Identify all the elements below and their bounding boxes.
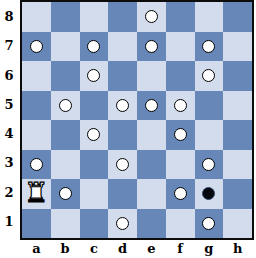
square-a5[interactable]: [22, 91, 51, 121]
white-disc: [116, 158, 129, 171]
square-c8[interactable]: [80, 2, 109, 32]
square-a8[interactable]: [22, 2, 51, 32]
file-label-e: e: [137, 240, 166, 258]
square-h2[interactable]: [223, 179, 252, 209]
square-b6[interactable]: [51, 61, 80, 91]
square-e8[interactable]: [137, 2, 166, 32]
square-c6[interactable]: [80, 61, 109, 91]
square-e3[interactable]: [137, 150, 166, 180]
white-disc: [174, 99, 187, 112]
square-g2[interactable]: [195, 179, 224, 209]
square-g3[interactable]: [195, 150, 224, 180]
square-g8[interactable]: [195, 2, 224, 32]
square-h3[interactable]: [223, 150, 252, 180]
white-disc: [145, 10, 158, 23]
white-disc: [174, 187, 187, 200]
square-d8[interactable]: [108, 2, 137, 32]
file-labels: abcdefgh: [22, 240, 252, 258]
square-e4[interactable]: [137, 120, 166, 150]
white-disc: [87, 128, 100, 141]
square-f1[interactable]: [166, 209, 195, 239]
white-disc: [59, 187, 72, 200]
square-f3[interactable]: [166, 150, 195, 180]
white-disc: [116, 217, 129, 230]
square-g1[interactable]: [195, 209, 224, 239]
white-disc: [59, 99, 72, 112]
rank-label-6: 6: [0, 61, 18, 90]
square-d7[interactable]: [108, 32, 137, 62]
square-e6[interactable]: [137, 61, 166, 91]
square-f7[interactable]: [166, 32, 195, 62]
square-d4[interactable]: [108, 120, 137, 150]
square-b5[interactable]: [51, 91, 80, 121]
rank-label-7: 7: [0, 31, 18, 60]
rank-label-3: 3: [0, 148, 18, 177]
rank-label-8: 8: [0, 2, 18, 31]
square-g6[interactable]: [195, 61, 224, 91]
square-g7[interactable]: [195, 32, 224, 62]
square-h7[interactable]: [223, 32, 252, 62]
square-b4[interactable]: [51, 120, 80, 150]
square-d6[interactable]: [108, 61, 137, 91]
square-f4[interactable]: [166, 120, 195, 150]
square-b3[interactable]: [51, 150, 80, 180]
square-h8[interactable]: [223, 2, 252, 32]
white-disc: [145, 99, 158, 112]
file-label-d: d: [108, 240, 137, 258]
square-c1[interactable]: [80, 209, 109, 239]
black-disc: [202, 187, 215, 200]
white-disc: [30, 158, 43, 171]
white-disc: [202, 158, 215, 171]
square-a3[interactable]: [22, 150, 51, 180]
square-h5[interactable]: [223, 91, 252, 121]
white-disc: [202, 217, 215, 230]
rank-labels: 87654321: [0, 2, 18, 236]
white-disc: [202, 40, 215, 53]
file-label-a: a: [22, 240, 51, 258]
square-h6[interactable]: [223, 61, 252, 91]
square-f6[interactable]: [166, 61, 195, 91]
square-a1[interactable]: [22, 209, 51, 239]
square-a4[interactable]: [22, 120, 51, 150]
square-e1[interactable]: [137, 209, 166, 239]
chess-board: ♜: [20, 0, 254, 240]
white-rook: ♜: [24, 179, 48, 206]
square-c3[interactable]: [80, 150, 109, 180]
square-c5[interactable]: [80, 91, 109, 121]
square-a2[interactable]: ♜: [22, 179, 51, 209]
square-d3[interactable]: [108, 150, 137, 180]
rank-label-4: 4: [0, 119, 18, 148]
square-b7[interactable]: [51, 32, 80, 62]
white-disc: [87, 69, 100, 82]
square-e2[interactable]: [137, 179, 166, 209]
square-f8[interactable]: [166, 2, 195, 32]
square-h1[interactable]: [223, 209, 252, 239]
white-disc: [116, 99, 129, 112]
white-disc: [202, 69, 215, 82]
square-d2[interactable]: [108, 179, 137, 209]
square-d1[interactable]: [108, 209, 137, 239]
square-g4[interactable]: [195, 120, 224, 150]
square-c4[interactable]: [80, 120, 109, 150]
square-g5[interactable]: [195, 91, 224, 121]
square-c2[interactable]: [80, 179, 109, 209]
square-a6[interactable]: [22, 61, 51, 91]
square-b1[interactable]: [51, 209, 80, 239]
square-f5[interactable]: [166, 91, 195, 121]
puzzle-board-screenshot: 87654321 ♜ abcdefgh: [0, 0, 256, 258]
square-e5[interactable]: [137, 91, 166, 121]
square-c7[interactable]: [80, 32, 109, 62]
rank-label-5: 5: [0, 90, 18, 119]
file-label-g: g: [195, 240, 224, 258]
square-a7[interactable]: [22, 32, 51, 62]
file-label-c: c: [80, 240, 109, 258]
square-d5[interactable]: [108, 91, 137, 121]
square-h4[interactable]: [223, 120, 252, 150]
file-label-h: h: [223, 240, 252, 258]
square-f2[interactable]: [166, 179, 195, 209]
rank-label-2: 2: [0, 178, 18, 207]
file-label-f: f: [166, 240, 195, 258]
white-disc: [174, 128, 187, 141]
white-disc: [145, 40, 158, 53]
file-label-b: b: [51, 240, 80, 258]
square-b2[interactable]: [51, 179, 80, 209]
white-disc: [87, 40, 100, 53]
white-disc: [30, 40, 43, 53]
square-b8[interactable]: [51, 2, 80, 32]
square-e7[interactable]: [137, 32, 166, 62]
rank-label-1: 1: [0, 207, 18, 236]
